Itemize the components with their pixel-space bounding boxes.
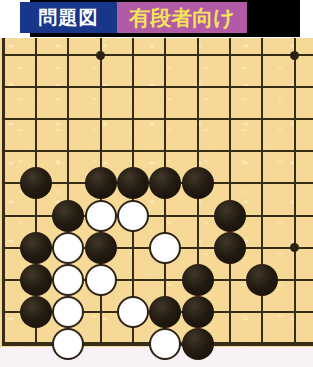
- black-stone: [20, 264, 52, 296]
- white-stone: [52, 328, 84, 360]
- white-stone: [117, 200, 149, 232]
- go-board: [0, 38, 313, 347]
- black-stone: [214, 232, 246, 264]
- star-point: [290, 51, 299, 60]
- grid-line-horizontal: [2, 86, 313, 88]
- grid-line-vertical: [261, 38, 263, 346]
- black-stone: [85, 232, 117, 264]
- white-stone: [117, 296, 149, 328]
- black-stone: [182, 264, 214, 296]
- black-stone: [182, 296, 214, 328]
- white-stone: [85, 264, 117, 296]
- black-stone: [214, 200, 246, 232]
- grid-line-vertical: [229, 38, 231, 346]
- level-label-badge: 有段者向け: [117, 2, 247, 33]
- black-stone: [117, 167, 149, 199]
- problem-label-badge: 問題図: [20, 2, 117, 33]
- problem-label-text: 問題図: [39, 8, 99, 27]
- tsumego-diagram: 問題図 有段者向け: [0, 0, 313, 367]
- header: 問題図 有段者向け: [0, 0, 313, 38]
- star-point: [96, 51, 105, 60]
- white-stone: [52, 296, 84, 328]
- black-stone: [149, 167, 181, 199]
- black-stone: [85, 167, 117, 199]
- black-stone: [20, 296, 52, 328]
- black-stone: [52, 200, 84, 232]
- white-stone: [52, 264, 84, 296]
- black-stone: [20, 167, 52, 199]
- grid-line-horizontal: [2, 54, 313, 56]
- grid-line-horizontal: [2, 215, 313, 217]
- black-stone: [246, 264, 278, 296]
- black-stone: [182, 167, 214, 199]
- black-stone: [182, 328, 214, 360]
- white-stone: [149, 328, 181, 360]
- grid-line-vertical: [294, 38, 296, 346]
- black-stone: [149, 296, 181, 328]
- white-stone: [52, 232, 84, 264]
- white-stone: [149, 232, 181, 264]
- grid-line-vertical: [2, 38, 5, 346]
- star-point: [290, 243, 299, 252]
- level-label-text: 有段者向け: [129, 7, 235, 28]
- white-stone: [85, 200, 117, 232]
- black-stone: [20, 232, 52, 264]
- grid-line-horizontal: [2, 118, 313, 120]
- grid-line-horizontal: [2, 150, 313, 152]
